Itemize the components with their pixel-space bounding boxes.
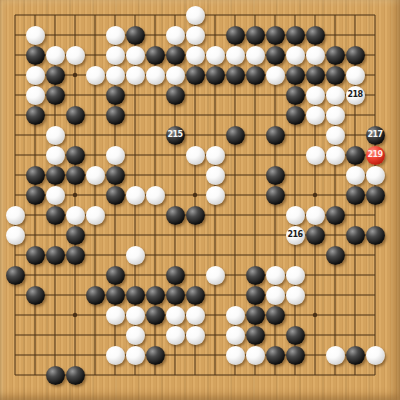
black-stone[interactable] (246, 306, 265, 325)
white-stone[interactable] (306, 106, 325, 125)
go-board[interactable]: 218215217219216 (0, 0, 400, 400)
move-number-label: 216 (287, 231, 302, 239)
white-stone[interactable] (366, 166, 385, 185)
white-stone[interactable] (46, 146, 65, 165)
white-stone[interactable] (326, 126, 345, 145)
black-stone[interactable] (146, 306, 165, 325)
white-stone[interactable] (106, 46, 125, 65)
white-stone[interactable] (26, 86, 45, 105)
black-stone[interactable] (166, 266, 185, 285)
black-stone[interactable] (366, 226, 385, 245)
black-stone[interactable] (266, 166, 285, 185)
white-stone[interactable] (346, 166, 365, 185)
white-stone[interactable] (306, 86, 325, 105)
white-stone[interactable] (66, 206, 85, 225)
black-stone[interactable] (106, 166, 125, 185)
black-stone[interactable] (66, 226, 85, 245)
black-stone[interactable] (166, 86, 185, 105)
white-stone[interactable] (246, 46, 265, 65)
white-stone[interactable] (266, 266, 285, 285)
white-stone[interactable] (206, 266, 225, 285)
black-stone[interactable] (146, 286, 165, 305)
black-stone[interactable] (26, 246, 45, 265)
white-stone[interactable] (26, 66, 45, 85)
white-stone[interactable] (226, 46, 245, 65)
black-stone[interactable] (106, 186, 125, 205)
black-stone[interactable] (66, 146, 85, 165)
black-stone[interactable] (246, 26, 265, 45)
white-stone[interactable] (126, 346, 145, 365)
white-stone[interactable] (146, 66, 165, 85)
white-stone[interactable] (46, 126, 65, 145)
white-stone[interactable] (66, 46, 85, 65)
white-stone[interactable]: 218 (346, 86, 365, 105)
black-stone[interactable]: 215 (166, 126, 185, 145)
black-stone[interactable] (26, 166, 45, 185)
black-stone[interactable] (266, 306, 285, 325)
white-stone[interactable] (206, 166, 225, 185)
white-stone[interactable] (306, 46, 325, 65)
black-stone[interactable] (246, 286, 265, 305)
white-stone[interactable] (246, 346, 265, 365)
white-stone[interactable] (186, 326, 205, 345)
black-stone[interactable] (266, 46, 285, 65)
black-stone[interactable] (26, 286, 45, 305)
black-stone[interactable] (266, 186, 285, 205)
black-stone[interactable] (66, 246, 85, 265)
black-stone[interactable] (126, 286, 145, 305)
white-stone[interactable] (126, 306, 145, 325)
black-stone[interactable] (146, 46, 165, 65)
black-stone[interactable] (166, 46, 185, 65)
black-stone[interactable] (66, 366, 85, 385)
black-stone[interactable] (286, 346, 305, 365)
black-stone[interactable] (326, 206, 345, 225)
white-stone[interactable] (126, 66, 145, 85)
black-stone[interactable] (346, 346, 365, 365)
white-stone[interactable] (6, 226, 25, 245)
black-stone[interactable] (326, 246, 345, 265)
white-stone[interactable] (286, 46, 305, 65)
black-stone[interactable] (146, 346, 165, 365)
white-stone[interactable] (106, 146, 125, 165)
white-stone[interactable] (326, 86, 345, 105)
white-stone[interactable] (286, 206, 305, 225)
white-stone[interactable] (126, 326, 145, 345)
white-stone[interactable] (186, 146, 205, 165)
black-stone[interactable] (166, 286, 185, 305)
red-stone[interactable]: 219 (366, 146, 385, 165)
black-stone[interactable] (66, 106, 85, 125)
black-stone[interactable] (306, 226, 325, 245)
black-stone[interactable] (226, 66, 245, 85)
move-number-label: 215 (167, 131, 182, 139)
white-stone[interactable] (326, 106, 345, 125)
white-stone[interactable] (166, 306, 185, 325)
black-stone[interactable] (46, 366, 65, 385)
white-stone[interactable] (326, 346, 345, 365)
black-stone[interactable] (326, 66, 345, 85)
black-stone[interactable] (226, 126, 245, 145)
black-stone[interactable] (226, 26, 245, 45)
move-number-label: 217 (367, 131, 382, 139)
black-stone[interactable] (26, 46, 45, 65)
black-stone[interactable] (346, 186, 365, 205)
black-stone[interactable]: 217 (366, 126, 385, 145)
black-stone[interactable] (286, 86, 305, 105)
black-stone[interactable] (106, 86, 125, 105)
black-stone[interactable] (46, 246, 65, 265)
white-stone[interactable] (366, 346, 385, 365)
black-stone[interactable] (286, 66, 305, 85)
white-stone[interactable] (266, 66, 285, 85)
black-stone[interactable] (66, 166, 85, 185)
white-stone[interactable] (86, 206, 105, 225)
black-stone[interactable] (266, 26, 285, 45)
black-stone[interactable] (186, 206, 205, 225)
black-stone[interactable] (86, 286, 105, 305)
white-stone[interactable] (166, 66, 185, 85)
white-stone[interactable] (46, 46, 65, 65)
black-stone[interactable] (246, 326, 265, 345)
white-stone[interactable] (206, 46, 225, 65)
black-stone[interactable] (246, 66, 265, 85)
white-stone[interactable] (226, 346, 245, 365)
move-number-label: 219 (367, 151, 382, 159)
black-stone[interactable] (346, 226, 365, 245)
black-stone[interactable] (26, 186, 45, 205)
white-stone[interactable] (286, 286, 305, 305)
white-stone[interactable] (106, 66, 125, 85)
white-stone[interactable] (226, 306, 245, 325)
white-stone[interactable] (166, 326, 185, 345)
white-stone[interactable] (6, 206, 25, 225)
black-stone[interactable] (6, 266, 25, 285)
black-stone[interactable] (46, 86, 65, 105)
black-stone[interactable] (326, 46, 345, 65)
black-stone[interactable] (306, 26, 325, 45)
white-stone[interactable] (306, 206, 325, 225)
black-stone[interactable] (46, 206, 65, 225)
white-stone[interactable] (306, 146, 325, 165)
black-stone[interactable] (106, 286, 125, 305)
white-stone[interactable] (186, 46, 205, 65)
black-stone[interactable] (306, 66, 325, 85)
black-stone[interactable] (126, 26, 145, 45)
black-stone[interactable] (266, 346, 285, 365)
black-stone[interactable] (286, 326, 305, 345)
white-stone[interactable] (26, 26, 45, 45)
white-stone[interactable] (206, 186, 225, 205)
white-stone[interactable] (346, 66, 365, 85)
white-stone[interactable] (86, 66, 105, 85)
white-stone[interactable]: 216 (286, 226, 305, 245)
white-stone[interactable] (226, 326, 245, 345)
white-stone[interactable] (46, 186, 65, 205)
white-stone[interactable] (186, 26, 205, 45)
white-stone[interactable] (146, 186, 165, 205)
white-stone[interactable] (326, 146, 345, 165)
white-stone[interactable] (126, 246, 145, 265)
black-stone[interactable] (266, 126, 285, 145)
black-stone[interactable] (206, 66, 225, 85)
white-stone[interactable] (286, 266, 305, 285)
black-stone[interactable] (286, 106, 305, 125)
black-stone[interactable] (26, 106, 45, 125)
black-stone[interactable] (366, 186, 385, 205)
white-stone[interactable] (186, 306, 205, 325)
white-stone[interactable] (206, 146, 225, 165)
white-stone[interactable] (126, 186, 145, 205)
white-stone[interactable] (106, 26, 125, 45)
black-stone[interactable] (166, 206, 185, 225)
black-stone[interactable] (186, 286, 205, 305)
white-stone[interactable] (166, 26, 185, 45)
black-stone[interactable] (46, 66, 65, 85)
black-stone[interactable] (106, 266, 125, 285)
white-stone[interactable] (106, 346, 125, 365)
black-stone[interactable] (246, 266, 265, 285)
black-stone[interactable] (346, 146, 365, 165)
white-stone[interactable] (266, 286, 285, 305)
move-number-label: 218 (347, 91, 362, 99)
black-stone[interactable] (346, 46, 365, 65)
white-stone[interactable] (126, 46, 145, 65)
black-stone[interactable] (46, 166, 65, 185)
stones-layer: 218215217219216 (0, 0, 400, 400)
white-stone[interactable] (186, 6, 205, 25)
white-stone[interactable] (106, 306, 125, 325)
black-stone[interactable] (106, 106, 125, 125)
black-stone[interactable] (186, 66, 205, 85)
white-stone[interactable] (86, 166, 105, 185)
black-stone[interactable] (286, 26, 305, 45)
